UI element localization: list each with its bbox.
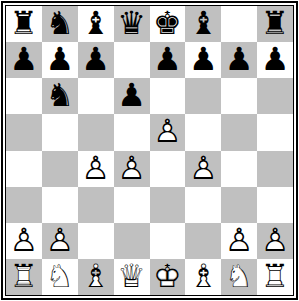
square-g7[interactable]: ♟ bbox=[221, 42, 257, 78]
square-g8[interactable] bbox=[221, 6, 257, 42]
square-d5[interactable] bbox=[114, 114, 150, 150]
square-e2[interactable] bbox=[150, 223, 186, 259]
piece-outline-glyph: ♘ bbox=[221, 259, 257, 295]
square-a2[interactable]: ♟♙ bbox=[6, 223, 42, 259]
square-h2[interactable]: ♟♙ bbox=[257, 223, 293, 259]
board-outer-frame: ♜♞♝♛♚♝♜♟♟♟♟♟♟♟♞♟♟♙♟♙♟♙♟♙♟♙♟♙♟♙♟♙♜♖♞♘♝♗♛♕… bbox=[1, 1, 298, 300]
piece-black-pawn: ♟ bbox=[185, 42, 221, 78]
chess-board: ♜♞♝♛♚♝♜♟♟♟♟♟♟♟♞♟♟♙♟♙♟♙♟♙♟♙♟♙♟♙♟♙♜♖♞♘♝♗♛♕… bbox=[6, 6, 293, 295]
piece-glyph: ♟ bbox=[257, 42, 293, 78]
piece-outline-glyph: ♘ bbox=[42, 259, 78, 295]
piece-outline-glyph: ♙ bbox=[114, 151, 150, 187]
piece-glyph: ♚ bbox=[150, 6, 186, 42]
square-e1[interactable]: ♚♔ bbox=[150, 259, 186, 295]
piece-outline-glyph: ♗ bbox=[78, 259, 114, 295]
piece-outline-glyph: ♙ bbox=[6, 223, 42, 259]
square-e7[interactable]: ♟ bbox=[150, 42, 186, 78]
piece-glyph: ♞ bbox=[42, 78, 78, 114]
square-e8[interactable]: ♚ bbox=[150, 6, 186, 42]
piece-glyph: ♟ bbox=[114, 78, 150, 114]
piece-black-pawn: ♟ bbox=[114, 78, 150, 114]
square-d1[interactable]: ♛♕ bbox=[114, 259, 150, 295]
square-f8[interactable]: ♝ bbox=[185, 6, 221, 42]
square-c1[interactable]: ♝♗ bbox=[78, 259, 114, 295]
square-g2[interactable]: ♟♙ bbox=[221, 223, 257, 259]
piece-glyph: ♟ bbox=[6, 42, 42, 78]
piece-black-pawn: ♟ bbox=[78, 42, 114, 78]
square-b5[interactable] bbox=[42, 114, 78, 150]
square-d3[interactable] bbox=[114, 187, 150, 223]
piece-white-queen: ♛♕ bbox=[114, 259, 150, 295]
piece-white-pawn: ♟♙ bbox=[6, 223, 42, 259]
square-a6[interactable] bbox=[6, 78, 42, 114]
square-f1[interactable]: ♝♗ bbox=[185, 259, 221, 295]
piece-white-rook: ♜♖ bbox=[6, 259, 42, 295]
piece-white-bishop: ♝♗ bbox=[185, 259, 221, 295]
piece-white-pawn: ♟♙ bbox=[78, 151, 114, 187]
piece-black-knight: ♞ bbox=[42, 6, 78, 42]
square-d6[interactable]: ♟ bbox=[114, 78, 150, 114]
piece-outline-glyph: ♙ bbox=[150, 114, 186, 150]
piece-outline-glyph: ♙ bbox=[185, 151, 221, 187]
square-e6[interactable] bbox=[150, 78, 186, 114]
square-c7[interactable]: ♟ bbox=[78, 42, 114, 78]
piece-black-pawn: ♟ bbox=[6, 42, 42, 78]
square-b7[interactable]: ♟ bbox=[42, 42, 78, 78]
square-b8[interactable]: ♞ bbox=[42, 6, 78, 42]
piece-glyph: ♟ bbox=[150, 42, 186, 78]
piece-outline-glyph: ♔ bbox=[150, 259, 186, 295]
square-h6[interactable] bbox=[257, 78, 293, 114]
square-c3[interactable] bbox=[78, 187, 114, 223]
square-c5[interactable] bbox=[78, 114, 114, 150]
square-b2[interactable]: ♟♙ bbox=[42, 223, 78, 259]
piece-black-rook: ♜ bbox=[6, 6, 42, 42]
piece-black-bishop: ♝ bbox=[185, 6, 221, 42]
piece-white-knight: ♞♘ bbox=[221, 259, 257, 295]
square-f5[interactable] bbox=[185, 114, 221, 150]
square-d4[interactable]: ♟♙ bbox=[114, 151, 150, 187]
piece-white-pawn: ♟♙ bbox=[185, 151, 221, 187]
square-f6[interactable] bbox=[185, 78, 221, 114]
square-e4[interactable] bbox=[150, 151, 186, 187]
piece-outline-glyph: ♖ bbox=[6, 259, 42, 295]
square-g4[interactable] bbox=[221, 151, 257, 187]
piece-black-queen: ♛ bbox=[114, 6, 150, 42]
piece-glyph: ♝ bbox=[185, 6, 221, 42]
piece-black-bishop: ♝ bbox=[78, 6, 114, 42]
piece-outline-glyph: ♕ bbox=[114, 259, 150, 295]
square-f4[interactable]: ♟♙ bbox=[185, 151, 221, 187]
square-a8[interactable]: ♜ bbox=[6, 6, 42, 42]
square-b1[interactable]: ♞♘ bbox=[42, 259, 78, 295]
piece-glyph: ♜ bbox=[6, 6, 42, 42]
piece-black-pawn: ♟ bbox=[221, 42, 257, 78]
piece-white-pawn: ♟♙ bbox=[257, 223, 293, 259]
square-h3[interactable] bbox=[257, 187, 293, 223]
piece-outline-glyph: ♖ bbox=[257, 259, 293, 295]
piece-outline-glyph: ♙ bbox=[257, 223, 293, 259]
piece-white-knight: ♞♘ bbox=[42, 259, 78, 295]
board-inner-frame: ♜♞♝♛♚♝♜♟♟♟♟♟♟♟♞♟♟♙♟♙♟♙♟♙♟♙♟♙♟♙♟♙♜♖♞♘♝♗♛♕… bbox=[5, 5, 294, 296]
piece-outline-glyph: ♙ bbox=[42, 223, 78, 259]
piece-glyph: ♟ bbox=[78, 42, 114, 78]
square-g3[interactable] bbox=[221, 187, 257, 223]
piece-white-pawn: ♟♙ bbox=[42, 223, 78, 259]
square-c8[interactable]: ♝ bbox=[78, 6, 114, 42]
piece-glyph: ♜ bbox=[257, 6, 293, 42]
piece-glyph: ♟ bbox=[42, 42, 78, 78]
piece-glyph: ♛ bbox=[114, 6, 150, 42]
square-b6[interactable]: ♞ bbox=[42, 78, 78, 114]
piece-white-pawn: ♟♙ bbox=[150, 114, 186, 150]
square-h7[interactable]: ♟ bbox=[257, 42, 293, 78]
square-a3[interactable] bbox=[6, 187, 42, 223]
square-b4[interactable] bbox=[42, 151, 78, 187]
square-d2[interactable] bbox=[114, 223, 150, 259]
piece-glyph: ♟ bbox=[185, 42, 221, 78]
piece-black-pawn: ♟ bbox=[257, 42, 293, 78]
piece-black-rook: ♜ bbox=[257, 6, 293, 42]
piece-outline-glyph: ♙ bbox=[221, 223, 257, 259]
square-a1[interactable]: ♜♖ bbox=[6, 259, 42, 295]
square-f3[interactable] bbox=[185, 187, 221, 223]
piece-glyph: ♞ bbox=[42, 6, 78, 42]
square-h5[interactable] bbox=[257, 114, 293, 150]
piece-white-rook: ♜♖ bbox=[257, 259, 293, 295]
piece-white-king: ♚♔ bbox=[150, 259, 186, 295]
square-a4[interactable] bbox=[6, 151, 42, 187]
piece-glyph: ♟ bbox=[221, 42, 257, 78]
piece-white-bishop: ♝♗ bbox=[78, 259, 114, 295]
piece-glyph: ♝ bbox=[78, 6, 114, 42]
square-d7[interactable] bbox=[114, 42, 150, 78]
piece-white-pawn: ♟♙ bbox=[114, 151, 150, 187]
square-f7[interactable]: ♟ bbox=[185, 42, 221, 78]
piece-black-pawn: ♟ bbox=[42, 42, 78, 78]
square-h1[interactable]: ♜♖ bbox=[257, 259, 293, 295]
square-c6[interactable] bbox=[78, 78, 114, 114]
square-g5[interactable] bbox=[221, 114, 257, 150]
square-c2[interactable] bbox=[78, 223, 114, 259]
piece-black-knight: ♞ bbox=[42, 78, 78, 114]
piece-outline-glyph: ♗ bbox=[185, 259, 221, 295]
square-g6[interactable] bbox=[221, 78, 257, 114]
square-g1[interactable]: ♞♘ bbox=[221, 259, 257, 295]
chess-diagram: ♜♞♝♛♚♝♜♟♟♟♟♟♟♟♞♟♟♙♟♙♟♙♟♙♟♙♟♙♟♙♟♙♜♖♞♘♝♗♛♕… bbox=[0, 0, 299, 301]
piece-white-pawn: ♟♙ bbox=[221, 223, 257, 259]
square-e5[interactable]: ♟♙ bbox=[150, 114, 186, 150]
square-f2[interactable] bbox=[185, 223, 221, 259]
square-d8[interactable]: ♛ bbox=[114, 6, 150, 42]
square-a5[interactable] bbox=[6, 114, 42, 150]
square-e3[interactable] bbox=[150, 187, 186, 223]
piece-outline-glyph: ♙ bbox=[78, 151, 114, 187]
piece-black-king: ♚ bbox=[150, 6, 186, 42]
square-c4[interactable]: ♟♙ bbox=[78, 151, 114, 187]
square-h8[interactable]: ♜ bbox=[257, 6, 293, 42]
square-h4[interactable] bbox=[257, 151, 293, 187]
square-a7[interactable]: ♟ bbox=[6, 42, 42, 78]
piece-black-pawn: ♟ bbox=[150, 42, 186, 78]
square-b3[interactable] bbox=[42, 187, 78, 223]
